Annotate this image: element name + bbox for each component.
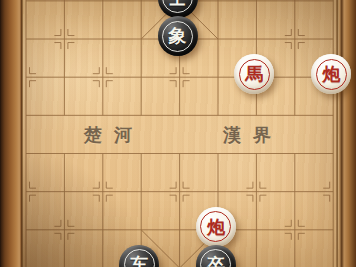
piece-glyph: 象: [169, 27, 187, 45]
piece-glyph: 车: [130, 256, 148, 267]
piece-red-cannon-center[interactable]: 炮: [196, 207, 236, 247]
piece-black-soldier[interactable]: 卒: [196, 245, 236, 267]
piece-glyph: 士: [169, 0, 187, 7]
xiangqi-board: 楚河 漢界 士象馬炮炮车卒: [0, 0, 356, 267]
piece-glyph: 卒: [207, 256, 225, 267]
piece-red-cannon-right[interactable]: 炮: [311, 54, 351, 94]
piece-red-horse[interactable]: 馬: [234, 54, 274, 94]
piece-layer: 士象馬炮炮车卒: [7, 0, 353, 267]
piece-glyph: 炮: [322, 65, 340, 83]
piece-black-elephant[interactable]: 象: [158, 16, 198, 56]
piece-glyph: 炮: [207, 218, 225, 236]
piece-glyph: 馬: [245, 65, 263, 83]
piece-black-chariot[interactable]: 车: [119, 245, 159, 267]
